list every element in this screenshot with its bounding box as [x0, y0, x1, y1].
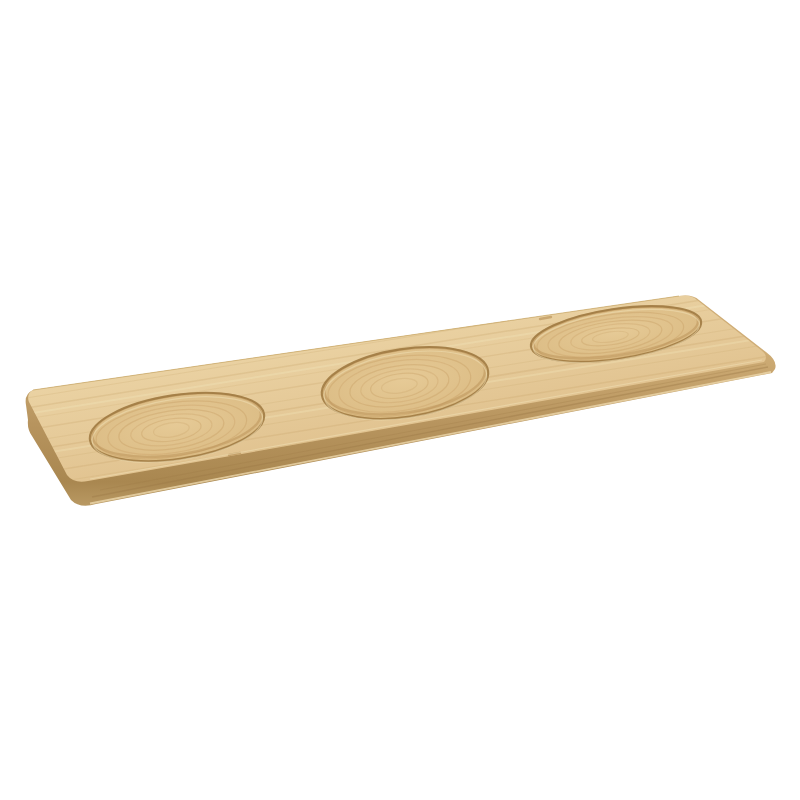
product-photo: bamboo serving board	[0, 0, 800, 800]
photo-canvas: bamboo serving board	[0, 0, 800, 800]
